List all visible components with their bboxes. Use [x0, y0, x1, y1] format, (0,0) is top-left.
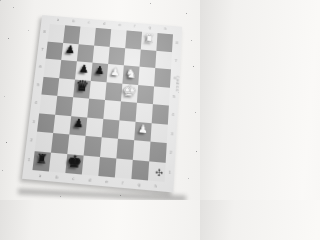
square-e2[interactable]: [100, 137, 118, 158]
square-d8[interactable]: [94, 28, 111, 47]
coord-label: h: [164, 27, 167, 31]
square-h8[interactable]: [156, 33, 173, 52]
square-g3[interactable]: ♟: [134, 121, 152, 141]
corner-emblem-icon: ✣: [155, 168, 163, 178]
square-d3[interactable]: [86, 117, 104, 137]
piece-white-knight-f6[interactable]: ♞: [125, 66, 137, 80]
piece-white-pawn-g3[interactable]: ♟: [138, 123, 149, 135]
coord-label: 2: [169, 151, 172, 155]
coord-label: 4: [34, 101, 37, 105]
coord-label: 5: [173, 95, 176, 99]
piece-black-pawn-b7[interactable]: ♟: [65, 44, 76, 55]
dust-specks: [0, 0, 1, 1]
square-h2[interactable]: [149, 142, 167, 163]
square-d7[interactable]: [93, 45, 110, 64]
square-g5[interactable]: [137, 85, 154, 105]
coord-label: e: [118, 23, 121, 27]
coord-label: 7: [41, 47, 44, 51]
piece-black-pawn-d6[interactable]: ♟: [94, 65, 105, 76]
coord-label: 8: [43, 30, 46, 34]
coord-label: 2: [30, 138, 33, 142]
coord-label: b: [72, 19, 75, 23]
coord-label: f: [122, 181, 124, 185]
square-h3[interactable]: [150, 123, 167, 143]
coord-label: g: [148, 26, 151, 30]
square-b5[interactable]: [57, 78, 75, 97]
coord-label: a: [39, 174, 42, 178]
square-f5[interactable]: ♚: [121, 83, 138, 103]
coord-label: e: [105, 180, 108, 185]
square-e1[interactable]: [98, 156, 116, 177]
square-d2[interactable]: [84, 136, 102, 157]
square-e3[interactable]: [102, 118, 120, 138]
piece-black-rook-a1[interactable]: ♜: [36, 152, 48, 166]
square-e8[interactable]: [110, 29, 127, 48]
piece-white-pawn-e6[interactable]: ♟: [110, 66, 121, 77]
piece-black-pawn-c6[interactable]: ♟: [79, 63, 90, 74]
piece-black-king-c1[interactable]: ♚: [67, 153, 83, 171]
coord-label: a: [57, 18, 60, 22]
coord-label: g: [137, 183, 140, 188]
square-c4[interactable]: [71, 97, 89, 117]
piece-white-rook-g8[interactable]: ♜: [144, 33, 155, 45]
square-g4[interactable]: [136, 103, 153, 123]
square-d5[interactable]: [89, 80, 107, 100]
square-c5[interactable]: ♛: [73, 79, 91, 99]
coord-label: f: [134, 25, 136, 29]
square-e5[interactable]: [105, 82, 122, 102]
square-g6[interactable]: [138, 67, 155, 86]
square-c3[interactable]: ♟: [69, 116, 87, 136]
coord-label: 6: [39, 65, 42, 69]
square-c7[interactable]: [77, 44, 94, 63]
square-g2[interactable]: [133, 140, 151, 161]
piece-white-king-f5[interactable]: ♚: [122, 83, 137, 100]
brand-text: CHESS: [175, 76, 180, 93]
coord-label: c: [88, 21, 90, 25]
square-h4[interactable]: [152, 104, 169, 124]
chess-board[interactable]: ♜♟♟♟♟♞♛♚♟♟♜♚: [32, 24, 173, 182]
square-f4[interactable]: [119, 101, 136, 121]
coord-label: d: [88, 178, 91, 183]
coord-label: 5: [37, 83, 40, 87]
coord-label: 1: [168, 170, 171, 174]
coord-label: 3: [170, 132, 173, 136]
square-h7[interactable]: [155, 50, 172, 69]
square-g8[interactable]: ♜: [141, 32, 158, 51]
piece-black-pawn-c3[interactable]: ♟: [73, 118, 84, 130]
square-d4[interactable]: [87, 99, 105, 119]
piece-black-queen-c5[interactable]: ♛: [75, 79, 90, 95]
coord-label: h: [154, 184, 157, 189]
coord-label: 7: [175, 59, 178, 63]
square-e6[interactable]: ♟: [107, 64, 124, 83]
square-b8[interactable]: [63, 25, 80, 44]
coord-label: d: [103, 22, 106, 26]
square-h5[interactable]: [153, 86, 170, 106]
square-d1[interactable]: [82, 155, 100, 176]
square-c8[interactable]: [79, 27, 96, 46]
square-f1[interactable]: [115, 158, 133, 179]
square-f3[interactable]: [118, 120, 136, 140]
square-g7[interactable]: [140, 49, 157, 68]
coord-label: 1: [27, 158, 30, 162]
square-b7[interactable]: ♟: [61, 42, 78, 61]
square-e4[interactable]: [103, 100, 121, 120]
square-h6[interactable]: [154, 68, 171, 87]
square-g1[interactable]: [131, 159, 149, 180]
coord-label: b: [55, 175, 58, 179]
square-d6[interactable]: ♟: [91, 63, 108, 82]
square-f8[interactable]: [125, 30, 142, 49]
square-e7[interactable]: [108, 46, 125, 65]
square-f2[interactable]: [116, 139, 134, 160]
coord-label: 4: [172, 113, 175, 117]
square-f7[interactable]: [124, 48, 141, 67]
coord-label: 8: [176, 41, 179, 45]
coord-label: c: [72, 177, 75, 181]
coord-label: 3: [32, 120, 35, 124]
square-c1[interactable]: ♚: [65, 154, 83, 175]
chess-board-mat: ♜♟♟♟♟♞♛♚♟♟♜♚ abcdefgh abcdefgh 87654321 …: [22, 15, 182, 192]
